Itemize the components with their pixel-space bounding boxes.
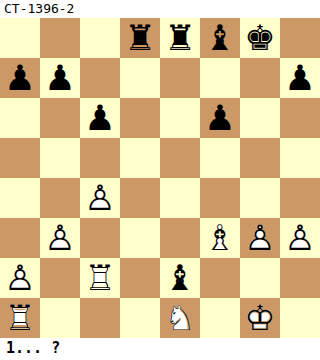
square-d5[interactable] [120,138,160,178]
chess-puzzle-app: CT-1396-2 ♜♜♝♚♟♟♟♟♟♟♙♟♙♝♗♟♙♟♙♟♙♜♖♝♜♖♞♘♚♔… [0,0,320,360]
square-g1[interactable]: ♚♔ [240,298,280,338]
square-d8[interactable]: ♜ [120,18,160,58]
square-f8[interactable]: ♝ [200,18,240,58]
white-pawn: ♟♙ [280,218,320,258]
black-rook: ♜ [120,18,160,58]
square-h8[interactable] [280,18,320,58]
square-h6[interactable] [280,98,320,138]
chess-board: ♜♜♝♚♟♟♟♟♟♟♙♟♙♝♗♟♙♟♙♟♙♜♖♝♜♖♞♘♚♔ [0,18,320,338]
square-a5[interactable] [0,138,40,178]
square-e4[interactable] [160,178,200,218]
square-h4[interactable] [280,178,320,218]
square-b5[interactable] [40,138,80,178]
square-g2[interactable] [240,258,280,298]
square-d7[interactable] [120,58,160,98]
square-c3[interactable] [80,218,120,258]
square-f3[interactable]: ♝♗ [200,218,240,258]
white-pawn: ♟♙ [40,218,80,258]
square-c8[interactable] [80,18,120,58]
square-g7[interactable] [240,58,280,98]
square-h1[interactable] [280,298,320,338]
square-f2[interactable] [200,258,240,298]
white-pawn: ♟♙ [240,218,280,258]
square-g8[interactable]: ♚ [240,18,280,58]
white-rook: ♜♖ [80,258,120,298]
square-e7[interactable] [160,58,200,98]
square-a1[interactable]: ♜♖ [0,298,40,338]
square-b8[interactable] [40,18,80,58]
black-pawn: ♟ [200,98,240,138]
square-c7[interactable] [80,58,120,98]
square-a7[interactable]: ♟ [0,58,40,98]
square-a8[interactable] [0,18,40,58]
square-c6[interactable]: ♟ [80,98,120,138]
square-f4[interactable] [200,178,240,218]
square-f6[interactable]: ♟ [200,98,240,138]
square-d1[interactable] [120,298,160,338]
black-bishop: ♝ [160,258,200,298]
square-e1[interactable]: ♞♘ [160,298,200,338]
square-f5[interactable] [200,138,240,178]
black-rook: ♜ [160,18,200,58]
move-prompt: 1... ? [0,338,320,360]
black-pawn: ♟ [280,58,320,98]
square-h2[interactable] [280,258,320,298]
square-h5[interactable] [280,138,320,178]
square-b7[interactable]: ♟ [40,58,80,98]
square-g4[interactable] [240,178,280,218]
square-g6[interactable] [240,98,280,138]
square-d2[interactable] [120,258,160,298]
square-e3[interactable] [160,218,200,258]
square-b3[interactable]: ♟♙ [40,218,80,258]
square-a3[interactable] [0,218,40,258]
white-king: ♚♔ [240,298,280,338]
black-king: ♚ [240,18,280,58]
white-pawn: ♟♙ [0,258,40,298]
square-h7[interactable]: ♟ [280,58,320,98]
square-e8[interactable]: ♜ [160,18,200,58]
square-f7[interactable] [200,58,240,98]
square-b6[interactable] [40,98,80,138]
black-pawn: ♟ [0,58,40,98]
black-pawn: ♟ [80,98,120,138]
black-bishop: ♝ [200,18,240,58]
square-c5[interactable] [80,138,120,178]
square-b1[interactable] [40,298,80,338]
square-d3[interactable] [120,218,160,258]
white-rook: ♜♖ [0,298,40,338]
white-knight: ♞♘ [160,298,200,338]
square-a6[interactable] [0,98,40,138]
square-e2[interactable]: ♝ [160,258,200,298]
square-b4[interactable] [40,178,80,218]
white-pawn: ♟♙ [80,178,120,218]
square-a2[interactable]: ♟♙ [0,258,40,298]
square-g3[interactable]: ♟♙ [240,218,280,258]
square-c1[interactable] [80,298,120,338]
square-f1[interactable] [200,298,240,338]
square-c2[interactable]: ♜♖ [80,258,120,298]
square-e5[interactable] [160,138,200,178]
square-c4[interactable]: ♟♙ [80,178,120,218]
black-pawn: ♟ [40,58,80,98]
square-b2[interactable] [40,258,80,298]
square-e6[interactable] [160,98,200,138]
square-h3[interactable]: ♟♙ [280,218,320,258]
square-g5[interactable] [240,138,280,178]
square-d6[interactable] [120,98,160,138]
white-bishop: ♝♗ [200,218,240,258]
square-a4[interactable] [0,178,40,218]
square-d4[interactable] [120,178,160,218]
puzzle-title: CT-1396-2 [0,0,320,18]
